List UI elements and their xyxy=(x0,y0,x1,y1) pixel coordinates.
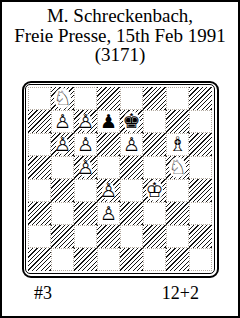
square-e2 xyxy=(120,225,143,248)
square-d3: ♙ xyxy=(97,202,120,225)
square-f8 xyxy=(143,87,166,110)
square-f6 xyxy=(143,133,166,156)
knight-glyph: ♘ xyxy=(169,156,187,179)
square-e3 xyxy=(120,202,143,225)
square-d5 xyxy=(97,156,120,179)
square-b4 xyxy=(51,179,74,202)
square-a7 xyxy=(28,110,51,133)
square-g2 xyxy=(166,225,189,248)
piece-black-king-e7: ♚ xyxy=(120,110,143,133)
square-a1 xyxy=(28,248,51,271)
square-f7 xyxy=(143,110,166,133)
king-glyph: ♚ xyxy=(123,110,141,133)
square-d7: ♟ xyxy=(97,110,120,133)
square-h8 xyxy=(189,87,212,110)
square-d2 xyxy=(97,225,120,248)
square-g1 xyxy=(166,248,189,271)
piece-white-pawn-b6: ♙ xyxy=(51,133,74,156)
problem-header: M. Schreckenbach, Freie Presse, 15th Feb… xyxy=(2,2,238,65)
chess-board: ♘♙♙♟♚♙♙♙♗♙♘♙♔♙ xyxy=(28,87,212,271)
square-b7: ♙ xyxy=(51,110,74,133)
square-f1 xyxy=(143,248,166,271)
square-g5: ♘ xyxy=(166,156,189,179)
material-count-label: 12+2 xyxy=(162,283,199,303)
square-g4 xyxy=(166,179,189,202)
pawn-glyph: ♙ xyxy=(54,110,71,133)
square-d8 xyxy=(97,87,120,110)
square-g6: ♗ xyxy=(166,133,189,156)
piece-white-pawn-d3: ♙ xyxy=(97,202,120,225)
piece-black-pawn-d7: ♟ xyxy=(97,110,120,133)
square-d4: ♙ xyxy=(97,179,120,202)
square-a5 xyxy=(28,156,51,179)
square-g7 xyxy=(166,110,189,133)
pawn-glyph: ♙ xyxy=(100,202,117,225)
square-e6: ♙ xyxy=(120,133,143,156)
square-h6 xyxy=(189,133,212,156)
square-a2 xyxy=(28,225,51,248)
square-c5: ♙ xyxy=(74,156,97,179)
square-b8: ♘ xyxy=(51,87,74,110)
square-c2 xyxy=(74,225,97,248)
pawn-glyph: ♙ xyxy=(100,179,117,202)
pawn-glyph: ♟ xyxy=(100,110,117,133)
square-b3 xyxy=(51,202,74,225)
author-line: M. Schreckenbach, xyxy=(2,6,238,26)
problem-number-line: (3171) xyxy=(2,45,238,65)
square-b1 xyxy=(51,248,74,271)
board-inner-border: ♘♙♙♟♚♙♙♙♗♙♘♙♔♙ xyxy=(25,84,215,274)
king-glyph: ♔ xyxy=(146,179,164,202)
square-a4 xyxy=(28,179,51,202)
piece-white-pawn-c7: ♙ xyxy=(74,110,97,133)
stipulation-label: #3 xyxy=(34,283,52,303)
square-f3 xyxy=(143,202,166,225)
square-e7: ♚ xyxy=(120,110,143,133)
square-f5 xyxy=(143,156,166,179)
square-h7 xyxy=(189,110,212,133)
square-h5 xyxy=(189,156,212,179)
square-a8 xyxy=(28,87,51,110)
square-d1 xyxy=(97,248,120,271)
board-outer-border: ♘♙♙♟♚♙♙♙♗♙♘♙♔♙ xyxy=(22,81,219,278)
square-b6: ♙ xyxy=(51,133,74,156)
square-c7: ♙ xyxy=(74,110,97,133)
square-c4 xyxy=(74,179,97,202)
square-h1 xyxy=(189,248,212,271)
piece-white-knight-b8: ♘ xyxy=(51,87,74,110)
square-h4 xyxy=(189,179,212,202)
pawn-glyph: ♙ xyxy=(123,133,140,156)
square-f4: ♔ xyxy=(143,179,166,202)
square-h3 xyxy=(189,202,212,225)
piece-white-knight-g5: ♘ xyxy=(166,156,189,179)
square-g3 xyxy=(166,202,189,225)
piece-white-pawn-d4: ♙ xyxy=(97,179,120,202)
square-a6 xyxy=(28,133,51,156)
square-b5 xyxy=(51,156,74,179)
square-a3 xyxy=(28,202,51,225)
piece-white-pawn-c6: ♙ xyxy=(74,133,97,156)
square-e4 xyxy=(120,179,143,202)
bishop-glyph: ♗ xyxy=(169,133,187,156)
square-c3 xyxy=(74,202,97,225)
square-g8 xyxy=(166,87,189,110)
square-h2 xyxy=(189,225,212,248)
diagram-page: M. Schreckenbach, Freie Presse, 15th Feb… xyxy=(0,0,240,318)
piece-white-king-f4: ♔ xyxy=(143,179,166,202)
pawn-glyph: ♙ xyxy=(77,110,94,133)
square-e1 xyxy=(120,248,143,271)
square-d6 xyxy=(97,133,120,156)
piece-white-pawn-c5: ♙ xyxy=(74,156,97,179)
caption-row: #3 12+2 xyxy=(2,283,238,303)
pawn-glyph: ♙ xyxy=(77,156,94,179)
square-e5 xyxy=(120,156,143,179)
source-line: Freie Presse, 15th Feb 1991 xyxy=(2,26,238,46)
knight-glyph: ♘ xyxy=(54,87,72,110)
square-c6: ♙ xyxy=(74,133,97,156)
pawn-glyph: ♙ xyxy=(77,133,94,156)
piece-white-bishop-g6: ♗ xyxy=(166,133,189,156)
square-b2 xyxy=(51,225,74,248)
piece-white-pawn-b7: ♙ xyxy=(51,110,74,133)
square-c8 xyxy=(74,87,97,110)
square-e8 xyxy=(120,87,143,110)
square-c1 xyxy=(74,248,97,271)
pawn-glyph: ♙ xyxy=(54,133,71,156)
piece-white-pawn-e6: ♙ xyxy=(120,133,143,156)
square-f2 xyxy=(143,225,166,248)
